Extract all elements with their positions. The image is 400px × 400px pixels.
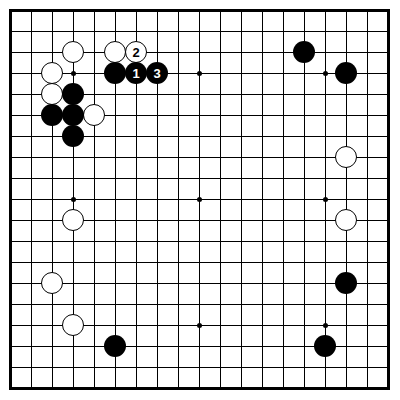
stone-black-r16[interactable] <box>335 62 357 84</box>
stone-white-c15[interactable] <box>41 83 63 105</box>
star-point <box>197 197 202 202</box>
stone-black-o17[interactable] <box>293 41 315 63</box>
stone-white-e14[interactable] <box>83 104 105 126</box>
stone-white-d4[interactable] <box>62 314 84 336</box>
stone-move-number: 2 <box>132 46 139 59</box>
star-point <box>197 71 202 76</box>
go-diagram-page: 213 <box>0 0 400 400</box>
go-board[interactable]: 213 <box>0 0 400 400</box>
stone-black-d14[interactable] <box>62 104 84 126</box>
stone-white-f17[interactable] <box>104 41 126 63</box>
stone-white-r9[interactable] <box>335 209 357 231</box>
stone-move-number: 3 <box>153 67 160 80</box>
stone-white-d17[interactable] <box>62 41 84 63</box>
stone-black-h16[interactable]: 3 <box>146 62 168 84</box>
stone-white-c6[interactable] <box>41 272 63 294</box>
star-point <box>323 323 328 328</box>
star-point <box>197 323 202 328</box>
stone-white-d9[interactable] <box>62 209 84 231</box>
stone-black-r6[interactable] <box>335 272 357 294</box>
star-point <box>323 197 328 202</box>
star-point <box>71 71 76 76</box>
stone-black-d13[interactable] <box>62 125 84 147</box>
stone-white-r12[interactable] <box>335 146 357 168</box>
stone-white-g17[interactable]: 2 <box>125 41 147 63</box>
stone-black-g16[interactable]: 1 <box>125 62 147 84</box>
star-point <box>71 197 76 202</box>
stone-black-f3[interactable] <box>104 335 126 357</box>
stone-move-number: 1 <box>132 67 139 80</box>
stone-black-d15[interactable] <box>62 83 84 105</box>
stone-black-q3[interactable] <box>314 335 336 357</box>
star-point <box>323 71 328 76</box>
stone-black-c14[interactable] <box>41 104 63 126</box>
stone-black-f16[interactable] <box>104 62 126 84</box>
stone-white-c16[interactable] <box>41 62 63 84</box>
